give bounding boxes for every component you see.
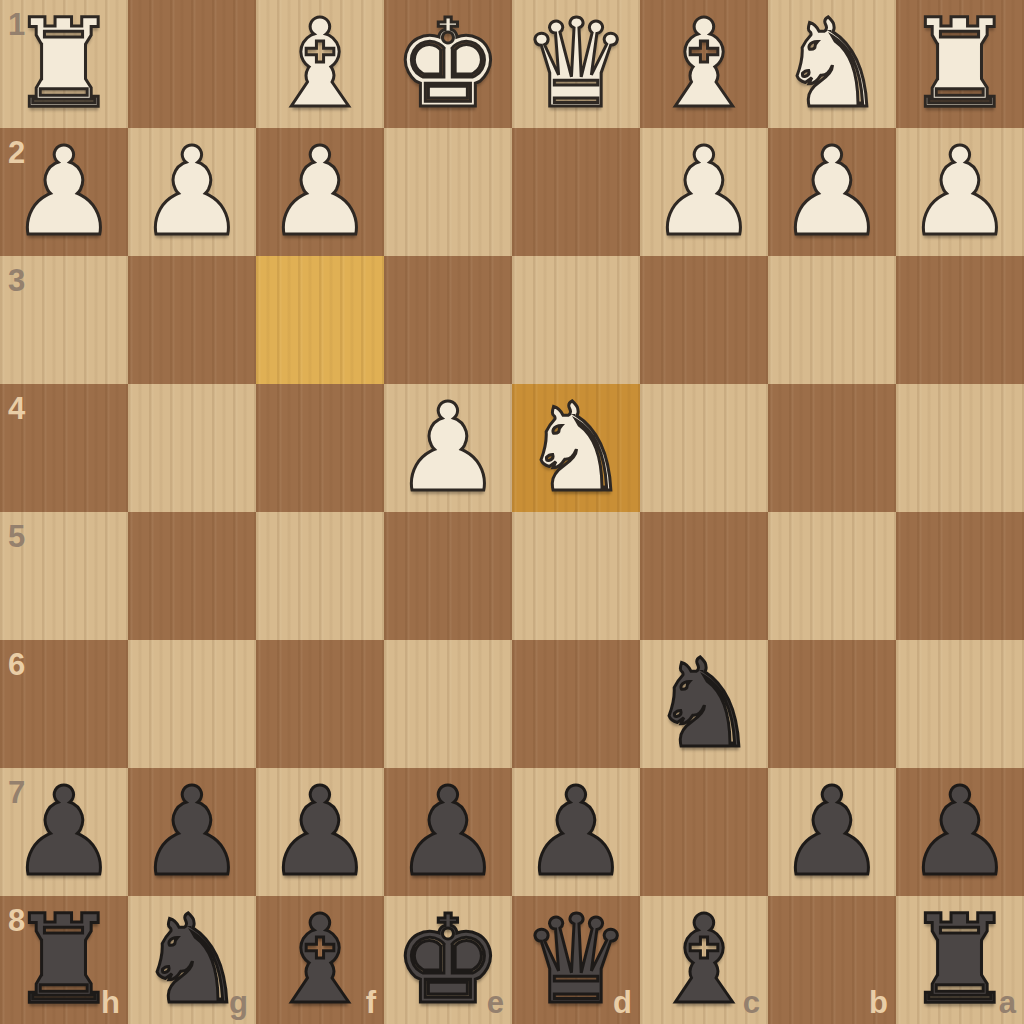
square-c5[interactable] (640, 512, 768, 640)
square-a6[interactable] (896, 640, 1024, 768)
white-king-e1[interactable]: ♚ (384, 0, 512, 128)
white-knight-d4[interactable]: ♞ (512, 384, 640, 512)
square-e8[interactable]: e♚ (384, 896, 512, 1024)
black-pawn-b7[interactable]: ♟ (768, 768, 896, 896)
square-g3[interactable] (128, 256, 256, 384)
square-f5[interactable] (256, 512, 384, 640)
square-a4[interactable] (896, 384, 1024, 512)
black-knight-g8[interactable]: ♞ (128, 896, 256, 1024)
black-pawn-h7[interactable]: ♟ (0, 768, 128, 896)
square-a5[interactable] (896, 512, 1024, 640)
black-bishop-c8[interactable]: ♝ (640, 896, 768, 1024)
square-h1[interactable]: 1♜ (0, 0, 128, 128)
square-b5[interactable] (768, 512, 896, 640)
square-g4[interactable] (128, 384, 256, 512)
square-b4[interactable] (768, 384, 896, 512)
square-h5[interactable]: 5 (0, 512, 128, 640)
square-g2[interactable]: ♟ (128, 128, 256, 256)
square-c7[interactable] (640, 768, 768, 896)
square-f2[interactable]: ♟ (256, 128, 384, 256)
white-bishop-f1[interactable]: ♝ (256, 0, 384, 128)
white-rook-a1[interactable]: ♜ (896, 0, 1024, 128)
white-pawn-a2[interactable]: ♟ (896, 128, 1024, 256)
square-f3[interactable] (256, 256, 384, 384)
black-queen-d8[interactable]: ♛ (512, 896, 640, 1024)
square-e1[interactable]: ♚ (384, 0, 512, 128)
square-d6[interactable] (512, 640, 640, 768)
white-bishop-c1[interactable]: ♝ (640, 0, 768, 128)
square-b1[interactable]: ♞ (768, 0, 896, 128)
square-e2[interactable] (384, 128, 512, 256)
square-g1[interactable] (128, 0, 256, 128)
rank-label-4: 4 (8, 393, 25, 424)
square-c6[interactable]: ♞ (640, 640, 768, 768)
square-g8[interactable]: g♞ (128, 896, 256, 1024)
square-c4[interactable] (640, 384, 768, 512)
square-f6[interactable] (256, 640, 384, 768)
white-pawn-e4[interactable]: ♟ (384, 384, 512, 512)
square-d8[interactable]: d♛ (512, 896, 640, 1024)
black-pawn-a7[interactable]: ♟ (896, 768, 1024, 896)
square-c8[interactable]: c♝ (640, 896, 768, 1024)
square-e4[interactable]: ♟ (384, 384, 512, 512)
black-pawn-f7[interactable]: ♟ (256, 768, 384, 896)
square-b6[interactable] (768, 640, 896, 768)
square-h3[interactable]: 3 (0, 256, 128, 384)
square-a8[interactable]: a♜ (896, 896, 1024, 1024)
square-b2[interactable]: ♟ (768, 128, 896, 256)
square-e6[interactable] (384, 640, 512, 768)
chess-board: 1♜♝♚♛♝♞♜2♟♟♟♟♟♟34♟♞56♞7♟♟♟♟♟♟♟8h♜g♞f♝e♚d… (0, 0, 1024, 1024)
black-pawn-g7[interactable]: ♟ (128, 768, 256, 896)
rank-label-6: 6 (8, 649, 25, 680)
black-knight-c6[interactable]: ♞ (640, 640, 768, 768)
square-f7[interactable]: ♟ (256, 768, 384, 896)
square-f4[interactable] (256, 384, 384, 512)
square-g6[interactable] (128, 640, 256, 768)
black-bishop-f8[interactable]: ♝ (256, 896, 384, 1024)
square-d2[interactable] (512, 128, 640, 256)
black-rook-a8[interactable]: ♜ (896, 896, 1024, 1024)
square-g7[interactable]: ♟ (128, 768, 256, 896)
white-pawn-f2[interactable]: ♟ (256, 128, 384, 256)
square-e7[interactable]: ♟ (384, 768, 512, 896)
rank-label-3: 3 (8, 265, 25, 296)
square-g5[interactable] (128, 512, 256, 640)
white-queen-d1[interactable]: ♛ (512, 0, 640, 128)
white-knight-b1[interactable]: ♞ (768, 0, 896, 128)
square-d7[interactable]: ♟ (512, 768, 640, 896)
square-f8[interactable]: f♝ (256, 896, 384, 1024)
file-label-b: b (869, 987, 888, 1018)
square-e5[interactable] (384, 512, 512, 640)
square-d3[interactable] (512, 256, 640, 384)
square-c2[interactable]: ♟ (640, 128, 768, 256)
square-h2[interactable]: 2♟ (0, 128, 128, 256)
rank-label-5: 5 (8, 521, 25, 552)
white-pawn-g2[interactable]: ♟ (128, 128, 256, 256)
square-a7[interactable]: ♟ (896, 768, 1024, 896)
white-pawn-h2[interactable]: ♟ (0, 128, 128, 256)
black-rook-h8[interactable]: ♜ (0, 896, 128, 1024)
square-d1[interactable]: ♛ (512, 0, 640, 128)
white-rook-h1[interactable]: ♜ (0, 0, 128, 128)
white-pawn-b2[interactable]: ♟ (768, 128, 896, 256)
black-king-e8[interactable]: ♚ (384, 896, 512, 1024)
square-c3[interactable] (640, 256, 768, 384)
square-b8[interactable]: b (768, 896, 896, 1024)
square-d4[interactable]: ♞ (512, 384, 640, 512)
white-pawn-c2[interactable]: ♟ (640, 128, 768, 256)
square-h4[interactable]: 4 (0, 384, 128, 512)
square-a3[interactable] (896, 256, 1024, 384)
square-d5[interactable] (512, 512, 640, 640)
square-f1[interactable]: ♝ (256, 0, 384, 128)
square-c1[interactable]: ♝ (640, 0, 768, 128)
square-b3[interactable] (768, 256, 896, 384)
black-pawn-e7[interactable]: ♟ (384, 768, 512, 896)
square-a1[interactable]: ♜ (896, 0, 1024, 128)
square-e3[interactable] (384, 256, 512, 384)
black-pawn-d7[interactable]: ♟ (512, 768, 640, 896)
square-a2[interactable]: ♟ (896, 128, 1024, 256)
square-h7[interactable]: 7♟ (0, 768, 128, 896)
square-h6[interactable]: 6 (0, 640, 128, 768)
square-h8[interactable]: 8h♜ (0, 896, 128, 1024)
square-b7[interactable]: ♟ (768, 768, 896, 896)
